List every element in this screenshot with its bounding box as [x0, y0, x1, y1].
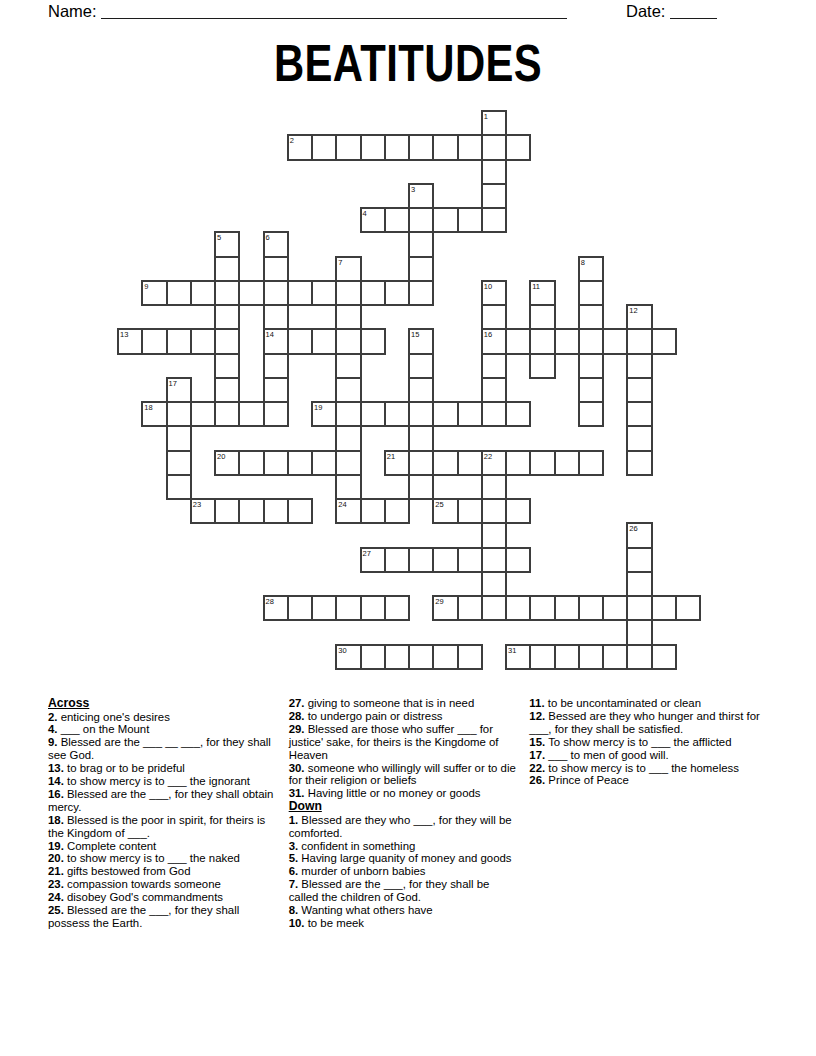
grid-cell[interactable]	[263, 498, 289, 524]
clue-number: 23	[193, 500, 201, 509]
grid-cell[interactable]	[384, 547, 410, 573]
clue-number: 7	[338, 258, 342, 267]
grid-cell[interactable]: 7	[335, 256, 361, 282]
grid-cell[interactable]	[238, 280, 264, 306]
grid-cell[interactable]	[408, 474, 434, 500]
grid-cell[interactable]	[481, 571, 507, 597]
grid-cell[interactable]	[335, 328, 361, 354]
grid-cell[interactable]	[457, 401, 483, 427]
grid-cell[interactable]	[457, 134, 483, 160]
grid-cell[interactable]	[384, 207, 410, 233]
grid-cell[interactable]	[263, 377, 289, 403]
grid-cell[interactable]	[384, 498, 410, 524]
clue-number-label: 25.	[48, 904, 64, 916]
clue-number-label: 8.	[289, 904, 299, 916]
grid-cell[interactable]: 9	[141, 280, 167, 306]
clue-number: 13	[120, 330, 128, 339]
grid-cell[interactable]	[408, 353, 434, 379]
clue-number: 15	[411, 330, 419, 339]
clue-item: 27. giving to someone that is in need	[289, 697, 522, 710]
grid-cell[interactable]: 5	[214, 231, 240, 257]
clue-number: 3	[411, 185, 415, 194]
grid-cell[interactable]	[384, 401, 410, 427]
clue-number: 30	[338, 646, 346, 655]
clue-item: 26. Prince of Peace	[529, 774, 762, 787]
clue-number: 31	[508, 646, 516, 655]
grid-cell[interactable]: 14	[263, 328, 289, 354]
clue-number-label: 21.	[48, 865, 64, 877]
clue-item: 25. Blessed are the ___, for they shall …	[48, 904, 281, 930]
grid-cell[interactable]	[360, 134, 386, 160]
grid-cell[interactable]	[626, 644, 652, 670]
grid-cell[interactable]	[578, 377, 604, 403]
clue-number-label: 17.	[529, 749, 545, 761]
grid-cell[interactable]	[578, 328, 604, 354]
grid-cell[interactable]	[626, 425, 652, 451]
grid-cell[interactable]	[481, 207, 507, 233]
grid-cell[interactable]: 30	[335, 644, 361, 670]
grid-cell[interactable]	[408, 207, 434, 233]
grid-cell[interactable]	[360, 401, 386, 427]
clue-item: 30. someone who willingly will suffer or…	[289, 762, 522, 788]
clue-number-label: 26.	[529, 774, 545, 786]
grid-cell[interactable]: 2	[287, 134, 313, 160]
grid-cell[interactable]: 15	[408, 328, 434, 354]
grid-cell[interactable]	[626, 377, 652, 403]
clue-number-label: 23.	[48, 878, 64, 890]
crossword-grid: 1234567891011121314151617181920212223242…	[0, 0, 816, 700]
grid-cell[interactable]	[214, 304, 240, 330]
grid-cell[interactable]	[457, 207, 483, 233]
grid-cell[interactable]	[602, 595, 628, 621]
grid-cell[interactable]: 21	[384, 450, 410, 476]
grid-cell[interactable]	[190, 328, 216, 354]
clue-item: 6. murder of unborn babies	[289, 865, 522, 878]
grid-cell[interactable]	[263, 450, 289, 476]
grid-cell[interactable]	[529, 450, 555, 476]
clue-item: 13. to brag or to be prideful	[48, 762, 281, 775]
clue-number-label: 3.	[289, 840, 299, 852]
clue-number: 24	[338, 500, 346, 509]
clue-number-label: 24.	[48, 891, 64, 903]
grid-cell[interactable]	[554, 595, 580, 621]
clue-item: 5. Having large quanity of money and goo…	[289, 852, 522, 865]
clue-item: 29. Blessed are those who suffer ___ for…	[289, 723, 522, 762]
clue-number-label: 15.	[529, 736, 545, 748]
clue-number: 2	[290, 136, 294, 145]
clue-item: 18. Blessed is the poor in spirit, for t…	[48, 814, 281, 840]
grid-cell[interactable]	[505, 401, 531, 427]
grid-cell[interactable]	[529, 328, 555, 354]
clue-column-middle: 27. giving to someone that is in need28.…	[289, 697, 522, 930]
grid-cell[interactable]	[311, 450, 337, 476]
clue-item: 16. Blessed are the ___, for they shall …	[48, 788, 281, 814]
clue-heading-down: Down	[289, 800, 522, 814]
grid-cell[interactable]	[481, 134, 507, 160]
grid-cell[interactable]: 27	[360, 547, 386, 573]
grid-cell[interactable]	[626, 450, 652, 476]
clue-number: 19	[314, 403, 322, 412]
grid-cell[interactable]	[529, 644, 555, 670]
clue-item: 11. to be uncontaminated or clean	[529, 697, 762, 710]
grid-cell[interactable]: 19	[311, 401, 337, 427]
grid-cell[interactable]	[626, 353, 652, 379]
grid-cell[interactable]	[287, 450, 313, 476]
clue-item: 21. gifts bestowed from God	[48, 865, 281, 878]
clue-item: 12. Bessed are they who hunger and thirs…	[529, 710, 762, 736]
grid-cell[interactable]	[529, 595, 555, 621]
grid-cell[interactable]	[626, 328, 652, 354]
clue-number: 9	[144, 282, 148, 291]
grid-cell[interactable]	[311, 595, 337, 621]
grid-cell[interactable]	[432, 134, 458, 160]
grid-cell[interactable]	[360, 595, 386, 621]
grid-cell[interactable]	[166, 474, 192, 500]
grid-cell[interactable]: 6	[263, 231, 289, 257]
clue-number-label: 2.	[48, 711, 58, 723]
clue-number-label: 16.	[48, 788, 64, 800]
grid-cell[interactable]: 16	[481, 328, 507, 354]
grid-cell[interactable]	[287, 280, 313, 306]
grid-cell[interactable]	[481, 401, 507, 427]
clue-item: 20. to show mercy is to ___ the naked	[48, 852, 281, 865]
grid-cell[interactable]	[408, 401, 434, 427]
grid-cell[interactable]	[578, 644, 604, 670]
grid-cell[interactable]	[384, 280, 410, 306]
grid-cell[interactable]	[287, 595, 313, 621]
clue-number-label: 18.	[48, 814, 64, 826]
grid-cell[interactable]	[408, 644, 434, 670]
clue-number-label: 19.	[48, 840, 64, 852]
grid-cell[interactable]	[384, 595, 410, 621]
grid-cell[interactable]	[360, 328, 386, 354]
clue-item: 31. Having little or no money or goods	[289, 787, 522, 800]
clue-number: 21	[387, 452, 395, 461]
clue-item: 23. compassion towards someone	[48, 878, 281, 891]
grid-cell[interactable]	[408, 425, 434, 451]
grid-cell[interactable]	[214, 353, 240, 379]
clue-number: 20	[217, 452, 225, 461]
grid-cell[interactable]	[432, 547, 458, 573]
grid-cell[interactable]	[263, 256, 289, 282]
clue-number-label: 13.	[48, 762, 64, 774]
grid-cell[interactable]	[263, 353, 289, 379]
grid-cell[interactable]	[432, 644, 458, 670]
clue-number-label: 10.	[289, 917, 305, 929]
grid-cell[interactable]	[481, 159, 507, 185]
grid-cell[interactable]	[481, 474, 507, 500]
grid-cell[interactable]: 1	[481, 110, 507, 136]
clue-item: 7. Blessed are the ___, for they shall b…	[289, 878, 522, 904]
clue-number: 29	[435, 597, 443, 606]
grid-cell[interactable]	[457, 595, 483, 621]
clue-number: 26	[629, 524, 637, 533]
grid-cell[interactable]	[432, 450, 458, 476]
grid-cell[interactable]	[505, 450, 531, 476]
grid-cell[interactable]	[481, 547, 507, 573]
clue-number-label: 28.	[289, 710, 305, 722]
grid-cell[interactable]	[505, 134, 531, 160]
clue-number-label: 31.	[289, 787, 305, 799]
grid-cell[interactable]: 17	[166, 377, 192, 403]
grid-cell[interactable]	[384, 644, 410, 670]
grid-cell[interactable]	[457, 450, 483, 476]
grid-cell[interactable]: 25	[432, 498, 458, 524]
clue-number-label: 6.	[289, 865, 299, 877]
grid-cell[interactable]	[408, 134, 434, 160]
clue-number-label: 7.	[289, 878, 299, 890]
clue-number: 5	[217, 233, 221, 242]
clue-number: 10	[484, 282, 492, 291]
clue-number-label: 4.	[48, 723, 58, 735]
grid-cell[interactable]: 29	[432, 595, 458, 621]
grid-cell[interactable]	[481, 377, 507, 403]
clue-number: 27	[363, 549, 371, 558]
grid-cell[interactable]	[335, 401, 361, 427]
clue-heading-across: Across	[48, 697, 281, 711]
grid-cell[interactable]: 22	[481, 450, 507, 476]
grid-cell[interactable]	[360, 498, 386, 524]
grid-cell[interactable]	[481, 183, 507, 209]
clue-item: 22. to show mercy is to ___ the homeless	[529, 762, 762, 775]
grid-cell[interactable]	[335, 595, 361, 621]
clue-number: 22	[484, 452, 492, 461]
grid-cell[interactable]: 8	[578, 256, 604, 282]
clue-item: 24. disobey God's commandments	[48, 891, 281, 904]
clue-item: 9. Blessed are the ___ __ ___, for they …	[48, 736, 281, 762]
grid-cell[interactable]	[481, 304, 507, 330]
grid-cell[interactable]: 13	[117, 328, 143, 354]
grid-cell[interactable]	[311, 280, 337, 306]
grid-cell[interactable]	[602, 644, 628, 670]
grid-cell[interactable]	[287, 328, 313, 354]
clue-number: 25	[435, 500, 443, 509]
clue-number: 17	[169, 379, 177, 388]
grid-cell[interactable]	[578, 450, 604, 476]
clue-number-label: 27.	[289, 697, 305, 709]
grid-cell[interactable]	[335, 280, 361, 306]
grid-cell[interactable]	[578, 401, 604, 427]
clue-number: 16	[484, 330, 492, 339]
clue-number-label: 30.	[289, 762, 305, 774]
grid-cell[interactable]	[675, 595, 701, 621]
grid-cell[interactable]	[214, 256, 240, 282]
grid-cell[interactable]: 26	[626, 522, 652, 548]
clue-item: 15. To show mercy is to ___ the afflicte…	[529, 736, 762, 749]
clue-number-label: 29.	[289, 723, 305, 735]
grid-cell[interactable]	[287, 498, 313, 524]
grid-cell[interactable]	[626, 401, 652, 427]
grid-cell[interactable]	[214, 498, 240, 524]
grid-cell[interactable]	[481, 595, 507, 621]
grid-cell[interactable]	[578, 353, 604, 379]
grid-cell[interactable]	[238, 498, 264, 524]
grid-cell[interactable]	[166, 401, 192, 427]
clue-item: 17. ___ to men of good will.	[529, 749, 762, 762]
grid-cell[interactable]: 28	[263, 595, 289, 621]
clue-item: 2. enticing one's desires	[48, 711, 281, 724]
grid-cell[interactable]	[166, 450, 192, 476]
clue-number: 14	[266, 330, 274, 339]
grid-cell[interactable]	[408, 231, 434, 257]
grid-cell[interactable]	[457, 547, 483, 573]
grid-cell[interactable]	[335, 353, 361, 379]
grid-cell[interactable]	[578, 280, 604, 306]
clue-number-label: 9.	[48, 736, 58, 748]
grid-cell[interactable]	[214, 280, 240, 306]
grid-cell[interactable]	[190, 401, 216, 427]
grid-cell[interactable]: 24	[335, 498, 361, 524]
grid-cell[interactable]	[529, 304, 555, 330]
grid-cell[interactable]	[626, 571, 652, 597]
grid-cell[interactable]: 12	[626, 304, 652, 330]
grid-cell[interactable]	[311, 328, 337, 354]
grid-cell[interactable]: 23	[190, 498, 216, 524]
grid-cell[interactable]	[481, 353, 507, 379]
grid-cell[interactable]	[335, 304, 361, 330]
clue-item: 19. Complete content	[48, 840, 281, 853]
grid-cell[interactable]	[166, 328, 192, 354]
grid-cell[interactable]	[554, 644, 580, 670]
grid-cell[interactable]: 18	[141, 401, 167, 427]
clue-number: 12	[629, 306, 637, 315]
grid-cell[interactable]	[432, 401, 458, 427]
grid-cell[interactable]	[214, 377, 240, 403]
grid-cell[interactable]	[263, 280, 289, 306]
grid-cell[interactable]	[651, 644, 677, 670]
clue-number: 4	[363, 209, 367, 218]
grid-cell[interactable]	[457, 644, 483, 670]
clue-column-across: Across2. enticing one's desires4. ___ on…	[48, 697, 281, 930]
grid-cell[interactable]	[360, 280, 386, 306]
clue-number: 8	[581, 258, 585, 267]
grid-cell[interactable]	[408, 377, 434, 403]
grid-cell[interactable]	[408, 280, 434, 306]
grid-cell[interactable]	[626, 547, 652, 573]
grid-cell[interactable]	[505, 547, 531, 573]
grid-cell[interactable]	[335, 377, 361, 403]
clue-item: 28. to undergo pain or distress	[289, 710, 522, 723]
grid-cell[interactable]	[602, 328, 628, 354]
grid-cell[interactable]	[554, 450, 580, 476]
grid-cell[interactable]	[457, 498, 483, 524]
grid-cell[interactable]: 3	[408, 183, 434, 209]
clue-number: 6	[266, 233, 270, 242]
grid-cell[interactable]	[529, 353, 555, 379]
clue-column-down: 11. to be uncontaminated or clean12. Bes…	[529, 697, 762, 930]
grid-cell[interactable]	[190, 280, 216, 306]
clues-section: Across2. enticing one's desires4. ___ on…	[48, 697, 770, 930]
grid-cell[interactable]	[311, 134, 337, 160]
grid-cell[interactable]	[578, 304, 604, 330]
clue-item: 10. to be meek	[289, 917, 522, 930]
grid-cell[interactable]	[578, 595, 604, 621]
grid-cell[interactable]	[505, 595, 531, 621]
grid-cell[interactable]	[408, 547, 434, 573]
grid-cell[interactable]	[651, 328, 677, 354]
grid-cell[interactable]: 20	[214, 450, 240, 476]
clue-number-label: 20.	[48, 852, 64, 864]
clue-number-label: 14.	[48, 775, 64, 787]
clue-number-label: 22.	[529, 762, 545, 774]
clue-item: 14. to show mercy is to ___ the ignorant	[48, 775, 281, 788]
grid-cell[interactable]	[238, 450, 264, 476]
clue-number-label: 11.	[529, 697, 544, 709]
clue-item: 1. Blessed are they who ___, for they wi…	[289, 814, 522, 840]
grid-cell[interactable]	[335, 134, 361, 160]
grid-cell[interactable]	[263, 401, 289, 427]
grid-cell[interactable]: 11	[529, 280, 555, 306]
worksheet-page: Name: Date: BEATITUDES 12345678910111213…	[0, 0, 816, 1056]
clue-number-label: 1.	[289, 814, 299, 826]
grid-cell[interactable]	[505, 498, 531, 524]
grid-cell[interactable]: 10	[481, 280, 507, 306]
grid-cell[interactable]	[481, 522, 507, 548]
grid-cell[interactable]	[166, 425, 192, 451]
clue-item: 3. confident in something	[289, 840, 522, 853]
grid-cell[interactable]	[626, 595, 652, 621]
grid-cell[interactable]	[408, 450, 434, 476]
grid-cell[interactable]: 4	[360, 207, 386, 233]
grid-cell[interactable]	[214, 401, 240, 427]
grid-cell[interactable]	[408, 256, 434, 282]
clue-item: 4. ___ on the Mount	[48, 723, 281, 736]
grid-cell[interactable]	[166, 280, 192, 306]
clue-number: 18	[144, 403, 152, 412]
grid-cell[interactable]	[554, 328, 580, 354]
clue-number-label: 12.	[529, 710, 545, 722]
grid-cell[interactable]	[626, 619, 652, 645]
clue-number-label: 5.	[289, 852, 299, 864]
clue-number: 28	[266, 597, 274, 606]
clue-number: 11	[532, 282, 540, 291]
grid-cell[interactable]: 31	[505, 644, 531, 670]
grid-cell[interactable]	[141, 328, 167, 354]
grid-cell[interactable]	[214, 328, 240, 354]
clue-number: 1	[484, 112, 488, 121]
grid-cell[interactable]	[263, 304, 289, 330]
grid-cell[interactable]	[238, 401, 264, 427]
grid-cell[interactable]	[481, 498, 507, 524]
grid-cell[interactable]	[651, 595, 677, 621]
grid-cell[interactable]	[335, 425, 361, 451]
clue-item: 8. Wanting what others have	[289, 904, 522, 917]
grid-cell[interactable]	[432, 207, 458, 233]
grid-cell[interactable]	[384, 134, 410, 160]
grid-cell[interactable]	[335, 450, 361, 476]
grid-cell[interactable]	[360, 644, 386, 670]
grid-cell[interactable]	[505, 328, 531, 354]
grid-cell[interactable]	[335, 474, 361, 500]
